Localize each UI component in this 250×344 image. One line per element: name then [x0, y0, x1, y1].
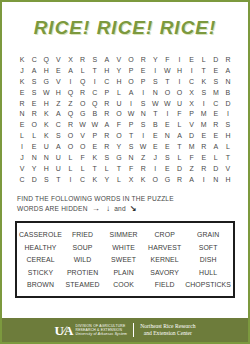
- grid-cell[interactable]: E: [161, 119, 173, 130]
- grid-cell[interactable]: L: [210, 152, 222, 163]
- grid-cell[interactable]: B: [89, 108, 101, 119]
- grid-cell[interactable]: H: [40, 163, 52, 174]
- grid-cell[interactable]: V: [77, 130, 89, 141]
- letter-grid: KCQVXRSAVORYFIELDRJAHEALTHYPEIWHITEAKSGV…: [16, 54, 234, 185]
- grid-cell[interactable]: M: [198, 108, 210, 119]
- grid-cell[interactable]: Q: [77, 76, 89, 87]
- grid-cell[interactable]: C: [28, 54, 40, 65]
- grid-cell[interactable]: L: [173, 119, 185, 130]
- grid-cell[interactable]: T: [89, 65, 101, 76]
- grid-cell[interactable]: G: [113, 152, 125, 163]
- word-list-item[interactable]: PROTIEN: [62, 266, 103, 278]
- grid-cell[interactable]: B: [149, 119, 161, 130]
- grid-cell[interactable]: R: [210, 119, 222, 130]
- grid-cell[interactable]: N: [16, 108, 28, 119]
- word-list-item[interactable]: HULL: [185, 266, 231, 278]
- grid-cell[interactable]: F: [77, 152, 89, 163]
- word-list-item[interactable]: SOFT: [185, 241, 231, 253]
- grid-cell[interactable]: T: [173, 141, 185, 152]
- grid-cell[interactable]: O: [125, 54, 137, 65]
- grid-cell[interactable]: P: [101, 87, 113, 98]
- grid-cell[interactable]: I: [198, 174, 210, 185]
- grid-cell[interactable]: V: [16, 163, 28, 174]
- grid-cell[interactable]: D: [186, 130, 198, 141]
- grid-cell[interactable]: O: [125, 76, 137, 87]
- grid-cell[interactable]: A: [64, 65, 76, 76]
- grid-cell[interactable]: K: [40, 119, 52, 130]
- grid-cell[interactable]: S: [52, 130, 64, 141]
- grid-cell[interactable]: X: [125, 174, 137, 185]
- grid-cell[interactable]: E: [28, 141, 40, 152]
- grid-cell[interactable]: I: [222, 108, 234, 119]
- grid-cell[interactable]: C: [101, 76, 113, 87]
- grid-cell[interactable]: E: [137, 65, 149, 76]
- grid-cell[interactable]: E: [198, 152, 210, 163]
- grid-cell[interactable]: O: [28, 119, 40, 130]
- grid-cell[interactable]: R: [137, 54, 149, 65]
- grid-cell[interactable]: Z: [137, 152, 149, 163]
- grid-cell[interactable]: H: [52, 87, 64, 98]
- grid-cell[interactable]: B: [222, 87, 234, 98]
- grid-cell[interactable]: S: [28, 87, 40, 98]
- grid-cell[interactable]: C: [52, 119, 64, 130]
- grid-cell[interactable]: Z: [64, 98, 76, 109]
- grid-cell[interactable]: U: [173, 98, 185, 109]
- grid-cell[interactable]: R: [101, 98, 113, 109]
- grid-cell[interactable]: X: [186, 98, 198, 109]
- grid-cell[interactable]: M: [186, 141, 198, 152]
- grid-cell[interactable]: P: [186, 108, 198, 119]
- grid-cell[interactable]: R: [198, 141, 210, 152]
- grid-cell[interactable]: I: [89, 76, 101, 87]
- grid-cell[interactable]: T: [113, 163, 125, 174]
- grid-cell[interactable]: N: [149, 87, 161, 98]
- org-line3: University of Arkansas System: [76, 332, 128, 336]
- word-list-item[interactable]: SIMMER: [103, 229, 144, 241]
- instructions-line1: FIND THE FOLLOWING WORDS IN THE PUZZLE: [17, 194, 248, 204]
- word-list-item[interactable]: STEAMED: [62, 278, 103, 290]
- grid-cell[interactable]: E: [210, 65, 222, 76]
- grid-cell[interactable]: P: [89, 130, 101, 141]
- grid-cell[interactable]: C: [186, 76, 198, 87]
- grid-cell[interactable]: D: [210, 163, 222, 174]
- grid-cell[interactable]: G: [40, 76, 52, 87]
- grid-cell[interactable]: N: [28, 152, 40, 163]
- grid-cell[interactable]: M: [210, 87, 222, 98]
- word-list-item[interactable]: GRAIN: [185, 229, 231, 241]
- grid-cell[interactable]: V: [222, 163, 234, 174]
- grid-cell[interactable]: T: [161, 76, 173, 87]
- grid-cell[interactable]: Q: [40, 54, 52, 65]
- grid-cell[interactable]: N: [125, 152, 137, 163]
- grid-cell[interactable]: S: [210, 76, 222, 87]
- grid-cell[interactable]: N: [161, 130, 173, 141]
- grid-cell[interactable]: E: [161, 163, 173, 174]
- grid-cell[interactable]: S: [101, 152, 113, 163]
- grid-cell[interactable]: O: [113, 108, 125, 119]
- grid-cell[interactable]: R: [101, 141, 113, 152]
- instructions: FIND THE FOLLOWING WORDS IN THE PUZZLE W…: [17, 194, 248, 214]
- grid-cell[interactable]: Y: [113, 65, 125, 76]
- grid-cell[interactable]: P: [137, 76, 149, 87]
- grid-cell[interactable]: G: [161, 174, 173, 185]
- grid-cell[interactable]: M: [198, 119, 210, 130]
- grid-cell[interactable]: I: [125, 98, 137, 109]
- grid-cell[interactable]: A: [101, 54, 113, 65]
- grid-cell[interactable]: A: [210, 141, 222, 152]
- footer-divider: [133, 323, 134, 337]
- grid-cell[interactable]: U: [52, 163, 64, 174]
- grid-cell[interactable]: R: [77, 87, 89, 98]
- grid-cell[interactable]: N: [40, 152, 52, 163]
- grid-cell[interactable]: U: [40, 141, 52, 152]
- grid-cell[interactable]: A: [52, 141, 64, 152]
- grid-cell[interactable]: W: [125, 108, 137, 119]
- grid-cell[interactable]: C: [210, 98, 222, 109]
- page-title: RICE! RICE! RICE!: [2, 17, 248, 39]
- word-list-item[interactable]: PLAIN: [103, 266, 144, 278]
- grid-cell[interactable]: Q: [89, 98, 101, 109]
- grid-cell[interactable]: J: [16, 152, 28, 163]
- grid-cell[interactable]: T: [125, 130, 137, 141]
- grid-cell[interactable]: D: [222, 98, 234, 109]
- grid-cell[interactable]: L: [64, 152, 76, 163]
- grid-cell[interactable]: S: [222, 119, 234, 130]
- grid-cell[interactable]: I: [161, 108, 173, 119]
- grid-cell[interactable]: S: [161, 152, 173, 163]
- grid-cell[interactable]: A: [125, 87, 137, 98]
- grid-cell[interactable]: R: [101, 130, 113, 141]
- grid-cell[interactable]: L: [64, 163, 76, 174]
- word-list-item[interactable]: FRIED: [62, 229, 103, 241]
- grid-cell[interactable]: L: [198, 54, 210, 65]
- grid-cell[interactable]: I: [64, 76, 76, 87]
- grid-cell[interactable]: I: [137, 130, 149, 141]
- grid-cell[interactable]: W: [40, 87, 52, 98]
- diagonal-arrow-icon: ↘: [130, 204, 137, 213]
- grid-cell[interactable]: K: [89, 174, 101, 185]
- grid-cell[interactable]: E: [210, 130, 222, 141]
- grid-cell[interactable]: E: [89, 141, 101, 152]
- grid-cell[interactable]: X: [64, 54, 76, 65]
- grid-cell[interactable]: W: [77, 119, 89, 130]
- puzzle-page: RICE! RICE! RICE! KCQVXRSAVORYFIELDRJAHE…: [0, 0, 250, 344]
- grid-cell[interactable]: E: [186, 54, 198, 65]
- word-list-item[interactable]: CEREAL: [19, 253, 62, 265]
- grid-cell[interactable]: A: [173, 130, 185, 141]
- grid-cell[interactable]: S: [28, 76, 40, 87]
- grid-cell[interactable]: S: [137, 98, 149, 109]
- word-list-item[interactable]: CHOPSTICKS: [185, 278, 231, 290]
- grid-cell[interactable]: E: [52, 65, 64, 76]
- grid-cell[interactable]: R: [28, 108, 40, 119]
- grid-cell[interactable]: L: [77, 163, 89, 174]
- grid-cell[interactable]: E: [161, 141, 173, 152]
- grid-cell[interactable]: H: [40, 65, 52, 76]
- grid-cell[interactable]: F: [113, 119, 125, 130]
- grid-cell[interactable]: S: [137, 119, 149, 130]
- word-list-item[interactable]: CASSEROLE: [19, 229, 62, 241]
- grid-cell[interactable]: Y: [113, 141, 125, 152]
- grid-cell[interactable]: J: [149, 152, 161, 163]
- grid-cell[interactable]: D: [210, 54, 222, 65]
- grid-cell[interactable]: E: [28, 98, 40, 109]
- word-list-item[interactable]: DISH: [185, 253, 231, 265]
- grid-cell[interactable]: H: [173, 65, 185, 76]
- grid-cell[interactable]: L: [16, 130, 28, 141]
- grid-cell[interactable]: A: [186, 174, 198, 185]
- center-name: Northeast Rice Research and Extension Ce…: [140, 323, 195, 337]
- grid-cell[interactable]: O: [64, 141, 76, 152]
- grid-cell[interactable]: W: [161, 98, 173, 109]
- grid-cell[interactable]: L: [77, 65, 89, 76]
- grid-cell[interactable]: U: [52, 152, 64, 163]
- grid-cell[interactable]: T: [198, 65, 210, 76]
- grid-cell[interactable]: L: [28, 130, 40, 141]
- grid-cell[interactable]: H: [222, 174, 234, 185]
- grid-cell[interactable]: I: [16, 141, 28, 152]
- org-text-block: DIVISION OF AGRICULTURE RESEARCH & EXTEN…: [76, 324, 128, 337]
- grid-cell[interactable]: E: [210, 108, 222, 119]
- grid-cell[interactable]: W: [137, 141, 149, 152]
- grid-cell[interactable]: T: [52, 174, 64, 185]
- down-arrow-icon: ↓: [106, 204, 110, 213]
- grid-cell[interactable]: A: [222, 65, 234, 76]
- grid-cell[interactable]: K: [137, 174, 149, 185]
- grid-cell[interactable]: W: [89, 119, 101, 130]
- grid-cell[interactable]: E: [16, 87, 28, 98]
- grid-cell[interactable]: Y: [28, 163, 40, 174]
- grid-cell[interactable]: V: [52, 76, 64, 87]
- grid-cell[interactable]: R: [77, 54, 89, 65]
- grid-cell[interactable]: A: [101, 119, 113, 130]
- grid-cell[interactable]: L: [113, 174, 125, 185]
- grid-cell[interactable]: K: [40, 130, 52, 141]
- grid-cell[interactable]: Y: [101, 174, 113, 185]
- grid-cell[interactable]: C: [16, 174, 28, 185]
- grid-cell[interactable]: V: [52, 54, 64, 65]
- grid-cell[interactable]: O: [161, 87, 173, 98]
- grid-cell[interactable]: N: [222, 76, 234, 87]
- grid-cell[interactable]: H: [101, 65, 113, 76]
- grid-cell[interactable]: N: [137, 108, 149, 119]
- word-list-item[interactable]: SOUP: [62, 241, 103, 253]
- grid-cell[interactable]: I: [149, 65, 161, 76]
- grid-cell[interactable]: S: [89, 54, 101, 65]
- instructions-line2: WORDS ARE HIDDEN → ↓ and ↘: [17, 204, 248, 214]
- grid-cell[interactable]: I: [198, 98, 210, 109]
- grid-cell[interactable]: E: [198, 130, 210, 141]
- grid-cell[interactable]: R: [101, 108, 113, 119]
- grid-cell[interactable]: R: [198, 163, 210, 174]
- grid-cell[interactable]: R: [222, 54, 234, 65]
- grid-cell[interactable]: H: [113, 76, 125, 87]
- grid-cell[interactable]: L: [222, 141, 234, 152]
- grid-cell[interactable]: F: [173, 108, 185, 119]
- grid-cell[interactable]: P: [125, 119, 137, 130]
- grid-cell[interactable]: I: [173, 54, 185, 65]
- right-arrow-icon: →: [92, 204, 100, 213]
- grid-cell[interactable]: N: [210, 174, 222, 185]
- word-list-item[interactable]: HEALTHY: [19, 241, 62, 253]
- grid-cell[interactable]: G: [77, 108, 89, 119]
- word-list-item[interactable]: SWEET: [103, 253, 144, 265]
- grid-cell[interactable]: T: [222, 152, 234, 163]
- grid-cell[interactable]: W: [149, 98, 161, 109]
- grid-cell[interactable]: O: [64, 130, 76, 141]
- grid-cell[interactable]: K: [16, 76, 28, 87]
- word-list-item[interactable]: WHITE: [103, 241, 144, 253]
- grid-cell[interactable]: V: [113, 54, 125, 65]
- grid-cell[interactable]: O: [77, 141, 89, 152]
- ua-logo: U∕A: [55, 324, 73, 337]
- grid-cell[interactable]: H: [222, 130, 234, 141]
- grid-cell[interactable]: V: [186, 119, 198, 130]
- word-list: CASSEROLEFRIEDSIMMERCROPGRAINHEALTHYSOUP…: [15, 221, 235, 298]
- grid-cell[interactable]: F: [125, 163, 137, 174]
- grid-cell[interactable]: L: [101, 163, 113, 174]
- word-list-item[interactable]: WILD: [62, 253, 103, 265]
- grid-cell[interactable]: J: [16, 65, 28, 76]
- grid-cell[interactable]: R: [16, 98, 28, 109]
- grid-cell[interactable]: O: [77, 98, 89, 109]
- word-list-item[interactable]: FIELD: [144, 278, 185, 290]
- grid-cell[interactable]: Q: [64, 87, 76, 98]
- grid-cell[interactable]: L: [113, 87, 125, 98]
- grid-cell[interactable]: Q: [64, 108, 76, 119]
- grid-cell[interactable]: O: [173, 87, 185, 98]
- grid-cell[interactable]: I: [137, 87, 149, 98]
- grid-cell[interactable]: H: [40, 98, 52, 109]
- grid-cell[interactable]: A: [52, 108, 64, 119]
- word-list-item[interactable]: CROP: [144, 229, 185, 241]
- grid-cell[interactable]: C: [89, 87, 101, 98]
- grid-cell[interactable]: E: [149, 130, 161, 141]
- grid-cell[interactable]: K: [40, 108, 52, 119]
- grid-cell[interactable]: E: [16, 119, 28, 130]
- grid-cell[interactable]: Y: [149, 54, 161, 65]
- grid-cell[interactable]: K: [16, 54, 28, 65]
- grid-cell[interactable]: K: [89, 152, 101, 163]
- footer-banner: U∕A DIVISION OF AGRICULTURE RESEARCH & E…: [2, 318, 248, 342]
- grid-cell[interactable]: T: [89, 163, 101, 174]
- grid-cell[interactable]: R: [137, 163, 149, 174]
- grid-cell[interactable]: L: [173, 152, 185, 163]
- word-list-item[interactable]: HARVEST: [144, 241, 185, 253]
- grid-cell[interactable]: I: [149, 163, 161, 174]
- grid-cell[interactable]: O: [149, 174, 161, 185]
- grid-cell[interactable]: P: [125, 65, 137, 76]
- grid-cell[interactable]: K: [198, 76, 210, 87]
- grid-cell[interactable]: C: [77, 174, 89, 185]
- word-list-item[interactable]: COOK: [103, 278, 144, 290]
- word-list-item[interactable]: SAVORY: [144, 266, 185, 278]
- grid-cell[interactable]: U: [113, 98, 125, 109]
- grid-cell[interactable]: E: [149, 141, 161, 152]
- grid-cell[interactable]: I: [64, 174, 76, 185]
- grid-cell[interactable]: D: [28, 174, 40, 185]
- grid-cell[interactable]: A: [28, 65, 40, 76]
- grid-cell[interactable]: Z: [186, 163, 198, 174]
- grid-cell[interactable]: X: [186, 87, 198, 98]
- grid-cell[interactable]: R: [64, 119, 76, 130]
- grid-cell[interactable]: F: [161, 54, 173, 65]
- word-list-item[interactable]: BROWN: [19, 278, 62, 290]
- grid-cell[interactable]: I: [186, 65, 198, 76]
- grid-cell[interactable]: T: [149, 108, 161, 119]
- grid-cell[interactable]: S: [198, 87, 210, 98]
- grid-cell[interactable]: S: [40, 174, 52, 185]
- grid-cell[interactable]: Z: [52, 98, 64, 109]
- grid-cell[interactable]: S: [125, 141, 137, 152]
- word-list-item[interactable]: STICKY: [19, 266, 62, 278]
- word-list-item[interactable]: KERNEL: [144, 253, 185, 265]
- grid-cell[interactable]: S: [149, 76, 161, 87]
- grid-cell[interactable]: F: [186, 152, 198, 163]
- grid-cell[interactable]: R: [173, 174, 185, 185]
- grid-cell[interactable]: I: [173, 76, 185, 87]
- grid-cell[interactable]: O: [113, 130, 125, 141]
- grid-cell[interactable]: W: [161, 65, 173, 76]
- grid-cell[interactable]: D: [173, 163, 185, 174]
